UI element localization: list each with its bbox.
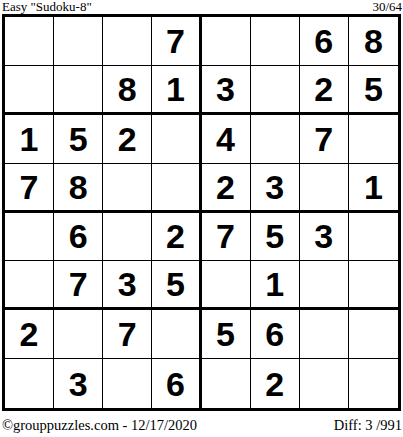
cell-r7c6-given: 6 — [251, 310, 300, 359]
cell-r7c8-empty — [349, 310, 398, 359]
cell-r7c3-given: 7 — [103, 310, 152, 359]
cell-r2c3-given: 8 — [103, 66, 152, 115]
cell-r5c8-empty — [349, 213, 398, 262]
cell-r1c2-empty — [54, 17, 103, 66]
sudoku-board: 7688132515247782316275373512756362 — [2, 14, 401, 411]
cell-r3c8-empty — [349, 115, 398, 164]
cell-r1c6-empty — [251, 17, 300, 66]
cell-r6c3-given: 3 — [103, 261, 152, 310]
cell-r6c6-given: 1 — [251, 261, 300, 310]
cell-r7c4-empty — [152, 310, 201, 359]
cell-r3c7-given: 7 — [300, 115, 349, 164]
cell-r3c6-empty — [251, 115, 300, 164]
cell-r3c4-empty — [152, 115, 201, 164]
cell-r5c1-empty — [5, 213, 54, 262]
cell-r8c1-empty — [5, 359, 54, 408]
difficulty-text: Diff: 3 /991 — [334, 417, 402, 433]
cell-r4c8-given: 1 — [349, 164, 398, 213]
cell-r1c3-empty — [103, 17, 152, 66]
puzzle-number: 30/64 — [372, 0, 402, 13]
cell-r5c6-given: 5 — [251, 213, 300, 262]
cell-r7c2-empty — [54, 310, 103, 359]
cell-r2c6-empty — [251, 66, 300, 115]
cell-r8c6-given: 2 — [251, 359, 300, 408]
cell-r8c3-empty — [103, 359, 152, 408]
cell-r2c1-empty — [5, 66, 54, 115]
cell-r7c7-empty — [300, 310, 349, 359]
puzzle-title: Easy "Sudoku-8" — [2, 0, 92, 13]
cell-r4c6-given: 3 — [251, 164, 300, 213]
cell-r8c4-given: 6 — [152, 359, 201, 408]
cell-r6c7-empty — [300, 261, 349, 310]
cell-r6c8-empty — [349, 261, 398, 310]
cell-r4c5-given: 2 — [202, 164, 251, 213]
cell-r5c5-given: 7 — [202, 213, 251, 262]
cell-r1c8-given: 8 — [349, 17, 398, 66]
cell-r1c7-given: 6 — [300, 17, 349, 66]
cell-r5c2-given: 6 — [54, 213, 103, 262]
cell-r4c3-empty — [103, 164, 152, 213]
sudoku-page: Easy "Sudoku-8" 30/64 768813251524778231… — [0, 0, 403, 437]
cell-r5c3-empty — [103, 213, 152, 262]
cell-r1c1-empty — [5, 17, 54, 66]
cell-r4c1-given: 7 — [5, 164, 54, 213]
cell-r8c5-empty — [202, 359, 251, 408]
page-header: Easy "Sudoku-8" 30/64 — [2, 0, 402, 13]
cell-r2c4-given: 1 — [152, 66, 201, 115]
cell-r4c4-empty — [152, 164, 201, 213]
cell-r8c2-given: 3 — [54, 359, 103, 408]
cell-r3c2-given: 5 — [54, 115, 103, 164]
cell-r2c8-given: 5 — [349, 66, 398, 115]
cell-r4c2-given: 8 — [54, 164, 103, 213]
cell-r1c5-empty — [202, 17, 251, 66]
cell-r5c4-given: 2 — [152, 213, 201, 262]
cell-r5c7-given: 3 — [300, 213, 349, 262]
copyright-text: ©grouppuzzles.com - 12/17/2020 — [2, 417, 197, 433]
cell-r4c7-empty — [300, 164, 349, 213]
cell-r7c1-given: 2 — [5, 310, 54, 359]
cell-r7c5-given: 5 — [202, 310, 251, 359]
cell-r6c4-given: 5 — [152, 261, 201, 310]
cell-r2c2-empty — [54, 66, 103, 115]
cell-r3c1-given: 1 — [5, 115, 54, 164]
cell-r2c7-given: 2 — [300, 66, 349, 115]
cell-r6c1-empty — [5, 261, 54, 310]
cell-r2c5-given: 3 — [202, 66, 251, 115]
cell-r1c4-given: 7 — [152, 17, 201, 66]
cell-r8c7-empty — [300, 359, 349, 408]
cell-r3c5-given: 4 — [202, 115, 251, 164]
page-footer: ©grouppuzzles.com - 12/17/2020 Diff: 3 /… — [2, 416, 402, 434]
cell-r8c8-empty — [349, 359, 398, 408]
cell-r6c5-empty — [202, 261, 251, 310]
cell-r6c2-given: 7 — [54, 261, 103, 310]
cell-r3c3-given: 2 — [103, 115, 152, 164]
